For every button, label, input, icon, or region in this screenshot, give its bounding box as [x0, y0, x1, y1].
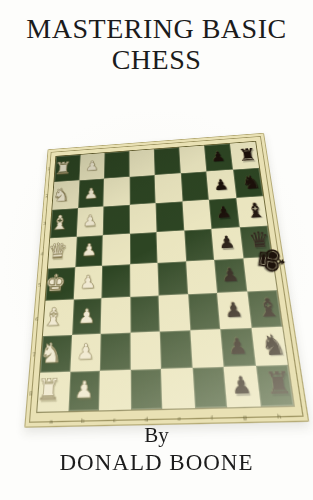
black-pawn-g7: ♟ [227, 335, 249, 358]
black-pawn-b7: ♟ [213, 177, 229, 192]
square-g1: ♞ [40, 334, 71, 372]
square-f4 [130, 296, 160, 332]
black-rook-h8: ♜ [264, 369, 294, 400]
board-grid: ♜♟♟♜♞♟♟♞♝♟♟♝♛♟♟♛♚♟♟♝♟♟♝♞♟♟♞♜♟♟♜ [36, 141, 295, 413]
rank-label-1: 1 [47, 167, 50, 172]
black-knight-g8: ♞ [259, 330, 288, 359]
square-g4 [130, 331, 161, 370]
square-g6 [190, 329, 224, 368]
square-a8: ♜ [230, 142, 260, 170]
rank-label-6: 6 [35, 316, 39, 322]
square-e7: ♟ [214, 258, 247, 293]
file-label-e: e [178, 415, 182, 423]
square-b6 [180, 172, 208, 201]
white-rook-a1: ♜ [54, 160, 72, 178]
board-photo: ♜♟♟♜♞♟♟♞♝♟♟♝♛♟♟♛♚♟♟♝♟♟♝♞♟♟♞♜♟♟♜ ♚ abcdef… [0, 106, 313, 422]
square-b2: ♟ [78, 179, 104, 208]
white-pawn-c2: ♟ [82, 213, 97, 229]
black-pawn-d7: ♟ [218, 234, 236, 252]
square-c7: ♟ [209, 198, 239, 229]
rank-label-2: 2 [45, 193, 48, 198]
square-b8: ♞ [233, 168, 264, 198]
square-a5 [154, 147, 181, 175]
square-e4 [130, 263, 159, 297]
square-d3 [102, 233, 130, 265]
black-knight-b8: ♞ [241, 172, 263, 192]
rank-label-3: 3 [43, 221, 46, 226]
black-pawn-c7: ♟ [215, 205, 232, 222]
square-c5 [156, 201, 184, 232]
square-e2: ♟ [73, 266, 102, 300]
square-e3 [101, 264, 129, 298]
square-h8: ♜ [255, 365, 293, 407]
square-g2: ♟ [70, 333, 101, 371]
black-rook-a8: ♜ [238, 146, 258, 164]
rank-label-8: 8 [29, 390, 33, 397]
square-d4 [129, 232, 157, 264]
white-bishop-c1: ♝ [50, 212, 70, 232]
white-pawn-b2: ♟ [84, 185, 99, 200]
square-h7: ♟ [224, 366, 261, 408]
square-f8: ♝ [247, 290, 282, 327]
author-name: DONALD BOONE [0, 450, 313, 476]
white-pawn-d2: ♟ [81, 242, 97, 260]
square-h4 [130, 369, 162, 410]
rank-label-4: 4 [41, 251, 44, 256]
black-pawn-e7: ♟ [221, 266, 240, 285]
square-d7: ♟ [211, 227, 243, 260]
square-h6 [192, 367, 227, 408]
black-pawn-f7: ♟ [224, 299, 245, 320]
title-line-2: CHESS [0, 44, 313, 75]
square-b1: ♞ [52, 181, 79, 210]
square-c4 [129, 203, 156, 234]
square-h2: ♟ [68, 371, 100, 412]
square-e6 [186, 260, 217, 295]
square-f7: ♟ [217, 292, 251, 329]
square-d5 [156, 230, 185, 263]
white-knight-b1: ♞ [52, 185, 71, 204]
file-label-h: h [277, 412, 282, 420]
white-pawn-f2: ♟ [78, 306, 96, 326]
square-b5 [155, 173, 182, 202]
white-pawn-g2: ♟ [76, 341, 95, 363]
white-king-e1: ♚ [44, 272, 66, 296]
square-g8: ♞ [251, 326, 288, 365]
square-h5 [161, 368, 195, 409]
square-a1: ♜ [54, 155, 80, 182]
white-knight-g1: ♞ [39, 339, 64, 367]
square-c6 [182, 199, 211, 230]
square-d6 [184, 229, 214, 262]
square-g3 [100, 332, 130, 370]
square-e1: ♚ [45, 267, 74, 301]
book-cover: MASTERING BASIC CHESS ♜♟♟♜♞♟♟♞♝♟♟♝♛♟♟♛♚♟… [0, 0, 313, 500]
square-e5 [158, 261, 188, 295]
black-pawn-a7: ♟ [210, 150, 226, 164]
square-h1: ♜ [37, 371, 70, 411]
white-queen-d1: ♛ [47, 241, 68, 263]
square-a2: ♟ [79, 153, 105, 181]
black-pawn-h7: ♟ [230, 374, 253, 399]
square-f2: ♟ [72, 298, 102, 334]
chess-board: ♜♟♟♜♞♟♟♞♝♟♟♝♛♟♟♛♚♟♟♝♟♟♝♞♟♟♞♜♟♟♜ ♚ abcdef… [24, 133, 309, 428]
square-b3 [103, 177, 129, 206]
square-d2: ♟ [75, 235, 103, 267]
byline-by: By [0, 423, 313, 447]
white-pawn-a2: ♟ [85, 160, 99, 174]
square-g7: ♟ [220, 327, 255, 366]
square-f3 [101, 297, 130, 333]
square-a6 [179, 146, 207, 174]
square-a3 [104, 151, 129, 179]
file-label-d: d [145, 415, 149, 422]
rank-label-5: 5 [38, 282, 41, 288]
square-d1: ♛ [48, 237, 76, 269]
square-a7: ♟ [204, 144, 233, 172]
square-f6 [188, 293, 221, 330]
black-bishop-c8: ♝ [244, 200, 267, 221]
square-h3 [99, 370, 130, 411]
white-rook-h1: ♜ [35, 376, 61, 406]
square-c3 [103, 204, 130, 235]
file-label-f: f [211, 414, 214, 422]
square-b4 [129, 175, 155, 204]
black-bishop-f8: ♝ [255, 295, 282, 322]
square-f5 [159, 294, 190, 331]
fallen-black-king: ♚ [253, 244, 290, 277]
file-label-g: g [243, 413, 248, 421]
square-f1: ♝ [43, 300, 73, 336]
square-b7: ♟ [206, 170, 235, 199]
square-c1: ♝ [50, 208, 78, 238]
square-c2: ♟ [76, 206, 103, 236]
book-title: MASTERING BASIC CHESS [0, 13, 313, 75]
byline: By DONALD BOONE [0, 423, 313, 476]
title-line-1: MASTERING BASIC [0, 13, 313, 44]
white-bishop-f1: ♝ [42, 304, 65, 330]
square-a4 [129, 149, 155, 177]
rank-label-7: 7 [32, 351, 36, 358]
white-pawn-e2: ♟ [79, 273, 96, 292]
square-g5 [160, 330, 192, 369]
white-pawn-h2: ♟ [74, 378, 94, 402]
square-c8: ♝ [236, 196, 268, 227]
